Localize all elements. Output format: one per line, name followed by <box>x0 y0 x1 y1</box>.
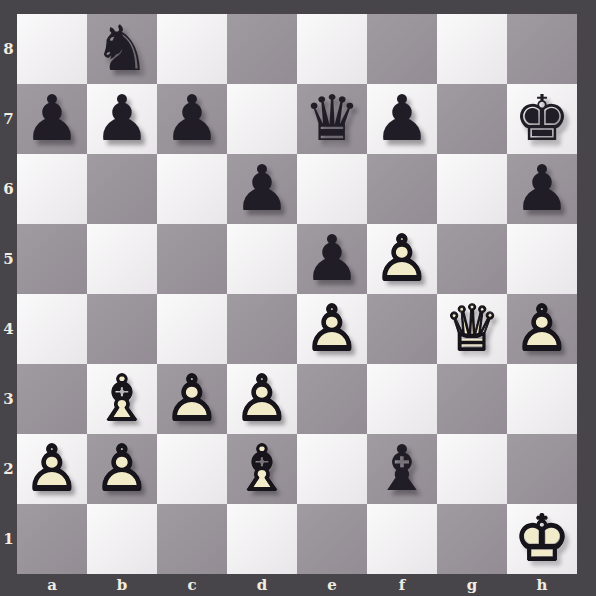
square-f7[interactable]: ♟ <box>367 84 437 154</box>
white-pawn-d3[interactable]: ♟♙ <box>227 364 297 434</box>
square-a3[interactable] <box>17 364 87 434</box>
white-pawn-h4[interactable]: ♟♙ <box>507 294 577 364</box>
square-a7[interactable]: ♟ <box>17 84 87 154</box>
black-pawn-icon: ♟ <box>227 154 297 224</box>
white-bishop-outline-icon: ♗ <box>227 434 297 504</box>
square-c6[interactable] <box>157 154 227 224</box>
rank-label-3: 3 <box>0 364 17 434</box>
square-d6[interactable]: ♟ <box>227 154 297 224</box>
square-f5[interactable]: ♟♙ <box>367 224 437 294</box>
file-label-h: h <box>507 574 577 596</box>
white-pawn-outline-icon: ♙ <box>507 294 577 364</box>
square-b8[interactable]: ♞ <box>87 14 157 84</box>
square-h2[interactable] <box>507 434 577 504</box>
white-king-h1[interactable]: ♚♔ <box>507 504 577 574</box>
black-pawn-e5[interactable]: ♟ <box>297 224 367 294</box>
square-b6[interactable] <box>87 154 157 224</box>
square-g3[interactable] <box>437 364 507 434</box>
file-label-d: d <box>227 574 297 596</box>
square-d7[interactable] <box>227 84 297 154</box>
file-label-f: f <box>367 574 437 596</box>
square-f2[interactable]: ♝ <box>367 434 437 504</box>
square-c1[interactable] <box>157 504 227 574</box>
white-queen-g4[interactable]: ♛♕ <box>437 294 507 364</box>
square-h3[interactable] <box>507 364 577 434</box>
square-h7[interactable]: ♚ <box>507 84 577 154</box>
square-b1[interactable] <box>87 504 157 574</box>
square-h5[interactable] <box>507 224 577 294</box>
file-label-c: c <box>157 574 227 596</box>
square-c2[interactable] <box>157 434 227 504</box>
rank-label-6: 6 <box>0 154 17 224</box>
white-pawn-outline-icon: ♙ <box>297 294 367 364</box>
white-pawn-outline-icon: ♙ <box>157 364 227 434</box>
black-pawn-icon: ♟ <box>367 84 437 154</box>
black-knight-b8[interactable]: ♞ <box>87 14 157 84</box>
white-pawn-outline-icon: ♙ <box>227 364 297 434</box>
white-bishop-b3[interactable]: ♝♗ <box>87 364 157 434</box>
black-queen-icon: ♛ <box>297 84 367 154</box>
chess-board-diagram: 87654321 ♞♟♟♟♛♟♚♟♟♟♟♙♟♙♛♕♟♙♝♗♟♙♟♙♟♙♟♙♝♗♝… <box>0 0 596 596</box>
black-king-h7[interactable]: ♚ <box>507 84 577 154</box>
black-pawn-icon: ♟ <box>507 154 577 224</box>
square-a4[interactable] <box>17 294 87 364</box>
rank-label-7: 7 <box>0 84 17 154</box>
file-label-a: a <box>17 574 87 596</box>
rank-labels: 87654321 <box>0 14 17 574</box>
black-pawn-icon: ♟ <box>87 84 157 154</box>
square-f6[interactable] <box>367 154 437 224</box>
square-g6[interactable] <box>437 154 507 224</box>
rank-label-1: 1 <box>0 504 17 574</box>
square-d8[interactable] <box>227 14 297 84</box>
white-bishop-d2[interactable]: ♝♗ <box>227 434 297 504</box>
square-e8[interactable] <box>297 14 367 84</box>
white-king-outline-icon: ♔ <box>507 504 577 574</box>
square-f8[interactable] <box>367 14 437 84</box>
square-g5[interactable] <box>437 224 507 294</box>
rank-label-8: 8 <box>0 14 17 84</box>
square-e4[interactable]: ♟♙ <box>297 294 367 364</box>
black-pawn-b7[interactable]: ♟ <box>87 84 157 154</box>
square-c3[interactable]: ♟♙ <box>157 364 227 434</box>
black-pawn-icon: ♟ <box>157 84 227 154</box>
white-pawn-c3[interactable]: ♟♙ <box>157 364 227 434</box>
rank-label-5: 5 <box>0 224 17 294</box>
square-a6[interactable] <box>17 154 87 224</box>
white-pawn-b2[interactable]: ♟♙ <box>87 434 157 504</box>
square-g1[interactable] <box>437 504 507 574</box>
square-c8[interactable] <box>157 14 227 84</box>
square-a1[interactable] <box>17 504 87 574</box>
square-g8[interactable] <box>437 14 507 84</box>
white-queen-outline-icon: ♕ <box>437 294 507 364</box>
white-pawn-a2[interactable]: ♟♙ <box>17 434 87 504</box>
square-g2[interactable] <box>437 434 507 504</box>
file-labels: abcdefgh <box>17 574 577 596</box>
square-f4[interactable] <box>367 294 437 364</box>
square-d3[interactable]: ♟♙ <box>227 364 297 434</box>
square-d2[interactable]: ♝♗ <box>227 434 297 504</box>
square-e1[interactable] <box>297 504 367 574</box>
square-a8[interactable] <box>17 14 87 84</box>
square-c4[interactable] <box>157 294 227 364</box>
square-f1[interactable] <box>367 504 437 574</box>
square-e6[interactable] <box>297 154 367 224</box>
black-pawn-a7[interactable]: ♟ <box>17 84 87 154</box>
chess-board[interactable]: ♞♟♟♟♛♟♚♟♟♟♟♙♟♙♛♕♟♙♝♗♟♙♟♙♟♙♟♙♝♗♝♚♔ <box>17 14 577 574</box>
square-e7[interactable]: ♛ <box>297 84 367 154</box>
black-pawn-h6[interactable]: ♟ <box>507 154 577 224</box>
square-d5[interactable] <box>227 224 297 294</box>
white-pawn-e4[interactable]: ♟♙ <box>297 294 367 364</box>
black-pawn-icon: ♟ <box>297 224 367 294</box>
white-pawn-outline-icon: ♙ <box>367 224 437 294</box>
square-e2[interactable] <box>297 434 367 504</box>
black-bishop-icon: ♝ <box>367 434 437 504</box>
black-pawn-f7[interactable]: ♟ <box>367 84 437 154</box>
black-pawn-icon: ♟ <box>17 84 87 154</box>
white-pawn-outline-icon: ♙ <box>17 434 87 504</box>
square-f3[interactable] <box>367 364 437 434</box>
black-pawn-d6[interactable]: ♟ <box>227 154 297 224</box>
square-g7[interactable] <box>437 84 507 154</box>
rank-label-4: 4 <box>0 294 17 364</box>
square-e3[interactable] <box>297 364 367 434</box>
white-pawn-outline-icon: ♙ <box>87 434 157 504</box>
square-c7[interactable]: ♟ <box>157 84 227 154</box>
black-king-icon: ♚ <box>507 84 577 154</box>
square-c5[interactable] <box>157 224 227 294</box>
square-h1[interactable]: ♚♔ <box>507 504 577 574</box>
square-h4[interactable]: ♟♙ <box>507 294 577 364</box>
square-d1[interactable] <box>227 504 297 574</box>
square-h6[interactable]: ♟ <box>507 154 577 224</box>
file-label-e: e <box>297 574 367 596</box>
square-b5[interactable] <box>87 224 157 294</box>
square-b4[interactable] <box>87 294 157 364</box>
square-e5[interactable]: ♟ <box>297 224 367 294</box>
white-bishop-outline-icon: ♗ <box>87 364 157 434</box>
rank-label-2: 2 <box>0 434 17 504</box>
square-h8[interactable] <box>507 14 577 84</box>
square-b7[interactable]: ♟ <box>87 84 157 154</box>
black-pawn-c7[interactable]: ♟ <box>157 84 227 154</box>
square-a2[interactable]: ♟♙ <box>17 434 87 504</box>
white-pawn-f5[interactable]: ♟♙ <box>367 224 437 294</box>
square-a5[interactable] <box>17 224 87 294</box>
black-queen-e7[interactable]: ♛ <box>297 84 367 154</box>
file-label-b: b <box>87 574 157 596</box>
square-d4[interactable] <box>227 294 297 364</box>
black-knight-icon: ♞ <box>87 14 157 84</box>
square-b3[interactable]: ♝♗ <box>87 364 157 434</box>
square-b2[interactable]: ♟♙ <box>87 434 157 504</box>
square-g4[interactable]: ♛♕ <box>437 294 507 364</box>
file-label-g: g <box>437 574 507 596</box>
black-bishop-f2[interactable]: ♝ <box>367 434 437 504</box>
